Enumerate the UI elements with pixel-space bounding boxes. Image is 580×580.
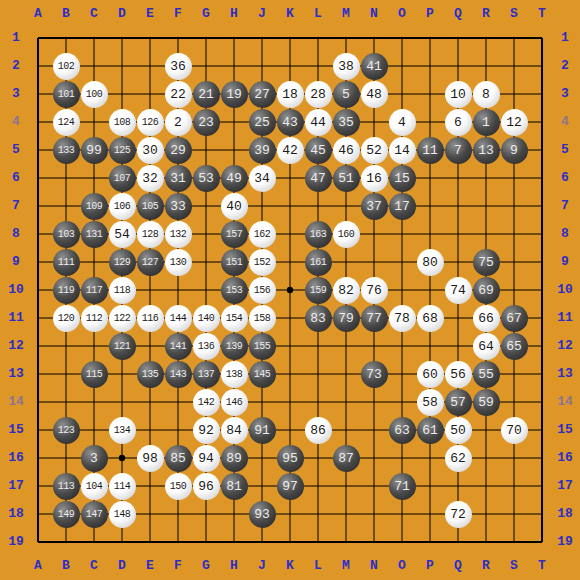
stone-black-55-R13: 55 [473,361,500,388]
stone-black-79-M11: 79 [333,305,360,332]
column-label-N: N [360,554,388,578]
stone-white-116-E11: 116 [137,305,164,332]
stone-black-75-R9: 75 [473,249,500,276]
column-label-K: K [276,2,304,26]
stone-black-107-D6: 107 [109,165,136,192]
column-labels-top: ABCDEFGHJKLMNOPQRST [24,2,556,26]
stone-black-89-H16: 89 [221,445,248,472]
stone-black-99-C5: 99 [81,137,108,164]
column-label-R: R [472,554,500,578]
stone-black-81-H17: 81 [221,473,248,500]
stone-white-52-N5: 52 [361,137,388,164]
stone-black-97-K17: 97 [277,473,304,500]
column-label-L: L [304,554,332,578]
stone-black-27-J3: 27 [249,81,276,108]
column-label-S: S [500,2,528,26]
stone-white-76-N10: 76 [361,277,388,304]
stone-black-159-L10: 159 [305,277,332,304]
column-label-B: B [52,2,80,26]
stone-white-22-F3: 22 [165,81,192,108]
stone-white-138-H13: 138 [221,361,248,388]
stone-white-112-C11: 112 [81,305,108,332]
stone-black-83-L11: 83 [305,305,332,332]
stone-white-18-K3: 18 [277,81,304,108]
go-board: ABCDEFGHJKLMNOPQRST ABCDEFGHJKLMNOPQRST … [0,0,580,580]
column-label-K: K [276,554,304,578]
stone-black-147-C18: 147 [81,501,108,528]
stone-black-31-F6: 31 [165,165,192,192]
stone-black-51-M6: 51 [333,165,360,192]
stone-black-101-B3: 101 [53,81,80,108]
stone-black-43-K4: 43 [277,109,304,136]
stone-white-28-L3: 28 [305,81,332,108]
stone-black-139-H12: 139 [221,333,248,360]
column-label-O: O [388,554,416,578]
stone-white-32-E6: 32 [137,165,164,192]
stone-white-56-Q13: 56 [445,361,472,388]
stone-white-124-B4: 124 [53,109,80,136]
stone-black-141-F12: 141 [165,333,192,360]
stone-white-122-D11: 122 [109,305,136,332]
stone-white-16-N6: 16 [361,165,388,192]
stone-black-39-J5: 39 [249,137,276,164]
column-label-H: H [220,554,248,578]
stone-black-115-C13: 115 [81,361,108,388]
stone-black-59-R14: 59 [473,389,500,416]
stone-white-162-J8: 162 [249,221,276,248]
stone-black-23-G4: 23 [193,109,220,136]
column-label-N: N [360,2,388,26]
column-label-P: P [416,554,444,578]
stone-black-87-M16: 87 [333,445,360,472]
stone-black-135-E13: 135 [137,361,164,388]
column-label-F: F [164,554,192,578]
stone-white-146-H14: 146 [221,389,248,416]
stone-black-153-H10: 153 [221,277,248,304]
column-label-A: A [24,2,52,26]
stone-white-98-E16: 98 [137,445,164,472]
column-label-C: C [80,554,108,578]
stone-white-94-G16: 94 [193,445,220,472]
stone-white-58-P14: 58 [417,389,444,416]
stone-white-108-D4: 108 [109,109,136,136]
stone-white-38-M2: 38 [333,53,360,80]
column-label-D: D [108,554,136,578]
stone-black-131-C8: 131 [81,221,108,248]
column-label-G: G [192,2,220,26]
stone-black-111-B9: 111 [53,249,80,276]
column-label-S: S [500,554,528,578]
stone-black-19-H3: 19 [221,81,248,108]
stone-black-137-G13: 137 [193,361,220,388]
stone-black-7-Q5: 7 [445,137,472,164]
stone-white-130-F9: 130 [165,249,192,276]
stone-black-77-N11: 77 [361,305,388,332]
stone-black-21-G3: 21 [193,81,220,108]
stone-white-160-M8: 160 [333,221,360,248]
column-label-J: J [248,2,276,26]
column-label-C: C [80,2,108,26]
stone-black-71-O17: 71 [389,473,416,500]
stone-white-142-G14: 142 [193,389,220,416]
stone-white-82-M10: 82 [333,277,360,304]
stone-white-114-D17: 114 [109,473,136,500]
column-label-M: M [332,554,360,578]
stone-white-62-Q16: 62 [445,445,472,472]
stone-white-118-D10: 118 [109,277,136,304]
stone-black-37-N7: 37 [361,193,388,220]
column-label-J: J [248,554,276,578]
column-label-L: L [304,2,332,26]
stone-black-95-K16: 95 [277,445,304,472]
stone-black-29-F5: 29 [165,137,192,164]
column-label-D: D [108,2,136,26]
stone-white-64-R12: 64 [473,333,500,360]
stone-white-126-E4: 126 [137,109,164,136]
stone-black-49-H6: 49 [221,165,248,192]
stone-white-4-O4: 4 [389,109,416,136]
stone-white-132-F8: 132 [165,221,192,248]
stone-white-104-C17: 104 [81,473,108,500]
column-label-G: G [192,554,220,578]
stone-white-74-Q10: 74 [445,277,472,304]
stone-white-102-B2: 102 [53,53,80,80]
stone-black-109-C7: 109 [81,193,108,220]
stone-black-157-H8: 157 [221,221,248,248]
stone-white-144-F11: 144 [165,305,192,332]
stone-black-125-D5: 125 [109,137,136,164]
stone-white-60-P13: 60 [417,361,444,388]
stone-white-66-R11: 66 [473,305,500,332]
stone-white-44-L4: 44 [305,109,332,136]
stone-black-41-N2: 41 [361,53,388,80]
column-label-F: F [164,2,192,26]
stone-black-163-L8: 163 [305,221,332,248]
column-label-H: H [220,2,248,26]
stone-white-42-K5: 42 [277,137,304,164]
stone-black-15-O6: 15 [389,165,416,192]
stone-white-48-N3: 48 [361,81,388,108]
column-label-Q: Q [444,2,472,26]
stone-black-161-L9: 161 [305,249,332,276]
stone-black-53-G6: 53 [193,165,220,192]
column-label-T: T [528,2,556,26]
stone-white-92-G15: 92 [193,417,220,444]
column-label-A: A [24,554,52,578]
stone-black-145-J13: 145 [249,361,276,388]
stone-black-61-P15: 61 [417,417,444,444]
stone-black-127-E9: 127 [137,249,164,276]
stone-black-149-B18: 149 [53,501,80,528]
column-label-B: B [52,554,80,578]
stone-white-40-H7: 40 [221,193,248,220]
stone-white-134-D15: 134 [109,417,136,444]
stone-white-136-G12: 136 [193,333,220,360]
stone-black-65-S12: 65 [501,333,528,360]
stone-black-129-D9: 129 [109,249,136,276]
stone-black-47-L6: 47 [305,165,332,192]
stone-black-17-O7: 17 [389,193,416,220]
stone-black-11-P5: 11 [417,137,444,164]
stone-black-9-S5: 9 [501,137,528,164]
column-label-M: M [332,2,360,26]
stone-black-69-R10: 69 [473,277,500,304]
stone-white-8-R3: 8 [473,81,500,108]
stone-white-72-Q18: 72 [445,501,472,528]
stone-white-68-P11: 68 [417,305,444,332]
stone-white-156-J10: 156 [249,277,276,304]
stone-white-14-O5: 14 [389,137,416,164]
stone-black-85-F16: 85 [165,445,192,472]
column-label-E: E [136,554,164,578]
stone-black-105-E7: 105 [137,193,164,220]
stone-white-12-S4: 12 [501,109,528,136]
column-label-T: T [528,554,556,578]
stone-white-36-F2: 36 [165,53,192,80]
stone-white-34-J6: 34 [249,165,276,192]
stone-white-6-Q4: 6 [445,109,472,136]
stone-white-96-G17: 96 [193,473,220,500]
stone-black-117-C10: 117 [81,277,108,304]
stone-black-113-B17: 113 [53,473,80,500]
stone-black-133-B5: 133 [53,137,80,164]
stone-white-154-H11: 154 [221,305,248,332]
stone-white-158-J11: 158 [249,305,276,332]
stone-black-103-B8: 103 [53,221,80,248]
stone-white-150-F17: 150 [165,473,192,500]
stone-black-5-M3: 5 [333,81,360,108]
stone-white-84-H15: 84 [221,417,248,444]
stone-black-123-B15: 123 [53,417,80,444]
column-labels-bottom: ABCDEFGHJKLMNOPQRST [24,554,556,578]
stone-black-45-L5: 45 [305,137,332,164]
stone-white-120-B11: 120 [53,305,80,332]
stone-white-30-E5: 30 [137,137,164,164]
column-label-R: R [472,2,500,26]
stone-black-63-O15: 63 [389,417,416,444]
stone-black-35-M4: 35 [333,109,360,136]
stone-white-152-J9: 152 [249,249,276,276]
stone-white-2-F4: 2 [165,109,192,136]
stones-layer[interactable]: 1023638411011002221192718285481081241081… [24,24,556,556]
column-label-P: P [416,2,444,26]
stone-white-50-Q15: 50 [445,417,472,444]
stone-white-10-Q3: 10 [445,81,472,108]
stone-black-119-B10: 119 [53,277,80,304]
column-label-Q: Q [444,554,472,578]
column-label-E: E [136,2,164,26]
stone-white-100-C3: 100 [81,81,108,108]
stone-black-13-R5: 13 [473,137,500,164]
stone-black-155-J12: 155 [249,333,276,360]
stone-black-93-J18: 93 [249,501,276,528]
stone-black-91-J15: 91 [249,417,276,444]
stone-black-25-J4: 25 [249,109,276,136]
stone-white-148-D18: 148 [109,501,136,528]
stone-black-1-R4: 1 [473,109,500,136]
stone-white-86-L15: 86 [305,417,332,444]
stone-white-128-E8: 128 [137,221,164,248]
stone-black-73-N13: 73 [361,361,388,388]
stone-black-67-S11: 67 [501,305,528,332]
stone-white-46-M5: 46 [333,137,360,164]
stone-white-78-O11: 78 [389,305,416,332]
stone-white-54-D8: 54 [109,221,136,248]
stone-black-143-F13: 143 [165,361,192,388]
stone-black-151-H9: 151 [221,249,248,276]
stone-black-121-D12: 121 [109,333,136,360]
stone-white-80-P9: 80 [417,249,444,276]
stone-black-57-Q14: 57 [445,389,472,416]
stone-white-106-D7: 106 [109,193,136,220]
stone-black-33-F7: 33 [165,193,192,220]
column-label-O: O [388,2,416,26]
stone-white-70-S15: 70 [501,417,528,444]
stone-white-140-G11: 140 [193,305,220,332]
stone-black-3-C16: 3 [81,445,108,472]
